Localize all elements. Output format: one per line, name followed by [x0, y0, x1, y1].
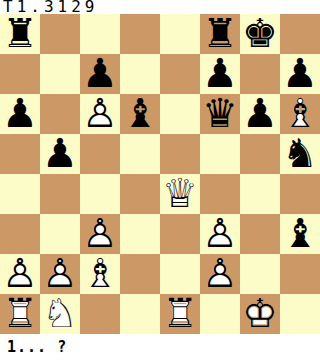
- square-g6[interactable]: ♟: [240, 94, 280, 134]
- square-b8[interactable]: [40, 14, 80, 54]
- white-piece-outline: ♖: [0, 294, 40, 334]
- piece-white-bishop: ♝♗: [80, 254, 120, 294]
- square-a1[interactable]: ♜♖: [0, 294, 40, 334]
- square-h5[interactable]: ♞: [280, 134, 320, 174]
- square-c4[interactable]: [80, 174, 120, 214]
- piece-black-pawn: ♟: [80, 54, 120, 94]
- piece-black-bishop: ♝: [120, 94, 160, 134]
- square-b5[interactable]: ♟: [40, 134, 80, 174]
- square-h2[interactable]: [280, 254, 320, 294]
- black-piece-glyph: ♟: [200, 54, 240, 94]
- square-e7[interactable]: [160, 54, 200, 94]
- black-piece-glyph: ♜: [200, 14, 240, 54]
- piece-black-bishop: ♝: [280, 214, 320, 254]
- square-e4[interactable]: ♛♕: [160, 174, 200, 214]
- square-a6[interactable]: ♟: [0, 94, 40, 134]
- square-d2[interactable]: [120, 254, 160, 294]
- black-piece-glyph: ♛: [200, 94, 240, 134]
- piece-white-rook: ♜♖: [160, 294, 200, 334]
- square-f3[interactable]: ♟♙: [200, 214, 240, 254]
- square-h1[interactable]: [280, 294, 320, 334]
- piece-white-king: ♚♔: [240, 294, 280, 334]
- white-piece-outline: ♗: [80, 254, 120, 294]
- white-piece-outline: ♙: [0, 254, 40, 294]
- square-g8[interactable]: ♚: [240, 14, 280, 54]
- piece-black-queen: ♛: [200, 94, 240, 134]
- square-c6[interactable]: ♟♙: [80, 94, 120, 134]
- square-e8[interactable]: [160, 14, 200, 54]
- black-piece-glyph: ♟: [0, 94, 40, 134]
- white-piece-outline: ♙: [200, 214, 240, 254]
- piece-white-pawn: ♟♙: [200, 254, 240, 294]
- black-piece-glyph: ♟: [40, 134, 80, 174]
- piece-white-pawn: ♟♙: [80, 94, 120, 134]
- square-c8[interactable]: [80, 14, 120, 54]
- black-piece-glyph: ♞: [280, 134, 320, 174]
- square-g1[interactable]: ♚♔: [240, 294, 280, 334]
- black-piece-glyph: ♟: [240, 94, 280, 134]
- square-d8[interactable]: [120, 14, 160, 54]
- square-d4[interactable]: [120, 174, 160, 214]
- black-piece-glyph: ♜: [0, 14, 40, 54]
- square-e2[interactable]: [160, 254, 200, 294]
- white-piece-outline: ♙: [80, 94, 120, 134]
- piece-black-knight: ♞: [280, 134, 320, 174]
- square-f2[interactable]: ♟♙: [200, 254, 240, 294]
- square-g3[interactable]: [240, 214, 280, 254]
- square-b7[interactable]: [40, 54, 80, 94]
- square-e1[interactable]: ♜♖: [160, 294, 200, 334]
- white-piece-outline: ♕: [160, 174, 200, 214]
- white-piece-outline: ♗: [280, 94, 320, 134]
- white-piece-outline: ♙: [40, 254, 80, 294]
- square-h3[interactable]: ♝: [280, 214, 320, 254]
- piece-black-rook: ♜: [200, 14, 240, 54]
- square-f6[interactable]: ♛: [200, 94, 240, 134]
- piece-white-pawn: ♟♙: [40, 254, 80, 294]
- square-b4[interactable]: [40, 174, 80, 214]
- black-piece-glyph: ♝: [280, 214, 320, 254]
- square-a2[interactable]: ♟♙: [0, 254, 40, 294]
- white-piece-outline: ♖: [160, 294, 200, 334]
- piece-white-knight: ♞♘: [40, 294, 80, 334]
- white-piece-outline: ♘: [40, 294, 80, 334]
- square-e6[interactable]: [160, 94, 200, 134]
- black-piece-glyph: ♝: [120, 94, 160, 134]
- square-d6[interactable]: ♝: [120, 94, 160, 134]
- square-f8[interactable]: ♜: [200, 14, 240, 54]
- piece-black-rook: ♜: [0, 14, 40, 54]
- piece-white-pawn: ♟♙: [200, 214, 240, 254]
- square-f5[interactable]: [200, 134, 240, 174]
- square-c5[interactable]: [80, 134, 120, 174]
- square-a4[interactable]: [0, 174, 40, 214]
- square-d7[interactable]: [120, 54, 160, 94]
- square-a3[interactable]: [0, 214, 40, 254]
- white-piece-outline: ♙: [200, 254, 240, 294]
- move-prompt: 1... ?: [0, 334, 320, 360]
- square-d3[interactable]: [120, 214, 160, 254]
- square-c3[interactable]: ♟♙: [80, 214, 120, 254]
- chess-app-window: T1.3129 ♜♜♚♟♟♟♟♟♙♝♛♟♝♗♟♞♛♕♟♙♟♙♝♟♙♟♙♝♗♟♙♜…: [0, 0, 320, 360]
- square-a5[interactable]: [0, 134, 40, 174]
- black-piece-glyph: ♚: [240, 14, 280, 54]
- square-f7[interactable]: ♟: [200, 54, 240, 94]
- square-g2[interactable]: [240, 254, 280, 294]
- square-c1[interactable]: [80, 294, 120, 334]
- chess-board: ♜♜♚♟♟♟♟♟♙♝♛♟♝♗♟♞♛♕♟♙♟♙♝♟♙♟♙♝♗♟♙♜♖♞♘♜♖♚♔: [0, 14, 320, 334]
- piece-white-pawn: ♟♙: [0, 254, 40, 294]
- square-f4[interactable]: [200, 174, 240, 214]
- square-e3[interactable]: [160, 214, 200, 254]
- piece-black-pawn: ♟: [240, 94, 280, 134]
- square-b6[interactable]: [40, 94, 80, 134]
- square-b2[interactable]: ♟♙: [40, 254, 80, 294]
- square-g5[interactable]: [240, 134, 280, 174]
- black-piece-glyph: ♟: [80, 54, 120, 94]
- square-c7[interactable]: ♟: [80, 54, 120, 94]
- square-h7[interactable]: ♟: [280, 54, 320, 94]
- piece-black-pawn: ♟: [280, 54, 320, 94]
- piece-white-pawn: ♟♙: [80, 214, 120, 254]
- square-f1[interactable]: [200, 294, 240, 334]
- piece-black-pawn: ♟: [200, 54, 240, 94]
- black-piece-glyph: ♟: [280, 54, 320, 94]
- white-piece-outline: ♔: [240, 294, 280, 334]
- square-a7[interactable]: [0, 54, 40, 94]
- square-b1[interactable]: ♞♘: [40, 294, 80, 334]
- square-d1[interactable]: [120, 294, 160, 334]
- square-g7[interactable]: [240, 54, 280, 94]
- piece-black-pawn: ♟: [40, 134, 80, 174]
- piece-black-pawn: ♟: [0, 94, 40, 134]
- square-b3[interactable]: [40, 214, 80, 254]
- square-e5[interactable]: [160, 134, 200, 174]
- piece-white-rook: ♜♖: [0, 294, 40, 334]
- square-d5[interactable]: [120, 134, 160, 174]
- square-g4[interactable]: [240, 174, 280, 214]
- square-c2[interactable]: ♝♗: [80, 254, 120, 294]
- square-h6[interactable]: ♝♗: [280, 94, 320, 134]
- square-a8[interactable]: ♜: [0, 14, 40, 54]
- piece-white-bishop: ♝♗: [280, 94, 320, 134]
- square-h4[interactable]: [280, 174, 320, 214]
- square-h8[interactable]: [280, 14, 320, 54]
- piece-white-queen: ♛♕: [160, 174, 200, 214]
- piece-black-king: ♚: [240, 14, 280, 54]
- white-piece-outline: ♙: [80, 214, 120, 254]
